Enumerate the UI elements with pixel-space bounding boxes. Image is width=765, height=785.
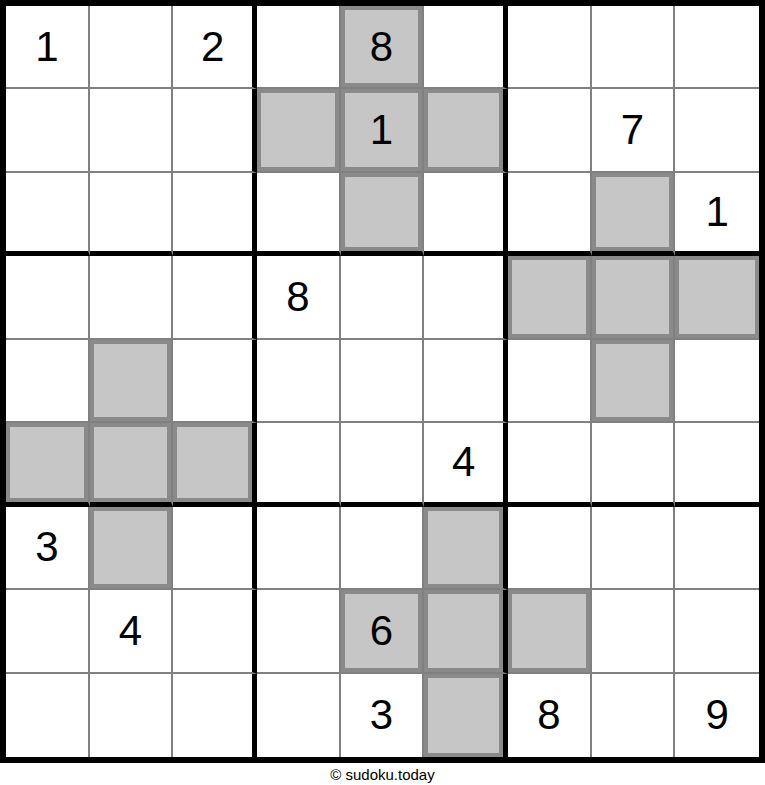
cell-value: 4 [119, 610, 142, 652]
cell-r5c7[interactable] [508, 340, 592, 423]
cell-r3c7[interactable] [508, 173, 592, 256]
cell-r9c2[interactable] [90, 674, 174, 757]
cell-value: 1 [370, 109, 393, 151]
cell-r7c7[interactable] [508, 507, 592, 590]
cell-r6c1[interactable] [6, 423, 90, 506]
cell-r1c3[interactable]: 2 [173, 6, 257, 89]
cell-r7c5[interactable] [341, 507, 425, 590]
cell-value: 8 [537, 694, 560, 736]
cell-r3c9[interactable]: 1 [675, 173, 759, 256]
cell-r5c5[interactable] [341, 340, 425, 423]
cell-value: 3 [35, 526, 58, 568]
cell-r1c7[interactable] [508, 6, 592, 89]
sudoku-board: 12817184346389 [0, 0, 765, 763]
cell-r2c7[interactable] [508, 89, 592, 172]
cell-r9c8[interactable] [592, 674, 676, 757]
cell-r6c9[interactable] [675, 423, 759, 506]
cell-r8c9[interactable] [675, 590, 759, 673]
cell-value: 1 [705, 191, 728, 233]
cell-r2c5[interactable]: 1 [341, 89, 425, 172]
cell-value: 7 [621, 109, 644, 151]
cell-value: 2 [201, 26, 224, 68]
cell-value: 6 [370, 610, 393, 652]
cell-value: 4 [452, 441, 475, 483]
cell-r6c6[interactable]: 4 [424, 423, 508, 506]
cell-r6c7[interactable] [508, 423, 592, 506]
cell-r7c3[interactable] [173, 507, 257, 590]
cell-r2c3[interactable] [173, 89, 257, 172]
cell-r4c3[interactable] [173, 256, 257, 339]
cell-r2c6[interactable] [424, 89, 508, 172]
cell-r2c8[interactable]: 7 [592, 89, 676, 172]
cell-r1c5[interactable]: 8 [341, 6, 425, 89]
cell-r7c1[interactable]: 3 [6, 507, 90, 590]
page: 12817184346389 © sudoku.today [0, 0, 765, 785]
cell-r4c2[interactable] [90, 256, 174, 339]
cell-r8c4[interactable] [257, 590, 341, 673]
cell-r9c4[interactable] [257, 674, 341, 757]
cell-r3c1[interactable] [6, 173, 90, 256]
cell-r3c2[interactable] [90, 173, 174, 256]
cell-r6c8[interactable] [592, 423, 676, 506]
cell-r7c6[interactable] [424, 507, 508, 590]
cell-r1c1[interactable]: 1 [6, 6, 90, 89]
cell-r7c2[interactable] [90, 507, 174, 590]
cell-r8c1[interactable] [6, 590, 90, 673]
cell-r8c6[interactable] [424, 590, 508, 673]
footer: © sudoku.today [0, 763, 765, 785]
cell-r9c3[interactable] [173, 674, 257, 757]
cell-r3c8[interactable] [592, 173, 676, 256]
cell-r6c2[interactable] [90, 423, 174, 506]
cell-r2c2[interactable] [90, 89, 174, 172]
cell-r6c3[interactable] [173, 423, 257, 506]
cell-value: 3 [370, 694, 393, 736]
cell-value: 8 [370, 26, 393, 68]
cell-r8c3[interactable] [173, 590, 257, 673]
cell-r4c9[interactable] [675, 256, 759, 339]
cell-r7c8[interactable] [592, 507, 676, 590]
cell-r9c1[interactable] [6, 674, 90, 757]
cell-r2c4[interactable] [257, 89, 341, 172]
cell-r6c5[interactable] [341, 423, 425, 506]
cell-r4c7[interactable] [508, 256, 592, 339]
cell-r8c2[interactable]: 4 [90, 590, 174, 673]
cell-r5c4[interactable] [257, 340, 341, 423]
cell-r3c5[interactable] [341, 173, 425, 256]
cell-r2c9[interactable] [675, 89, 759, 172]
cell-r3c4[interactable] [257, 173, 341, 256]
cell-r1c6[interactable] [424, 6, 508, 89]
cell-r8c5[interactable]: 6 [341, 590, 425, 673]
cell-value: 9 [705, 694, 728, 736]
cell-r3c3[interactable] [173, 173, 257, 256]
cell-r5c6[interactable] [424, 340, 508, 423]
footer-credit: © sudoku.today [330, 766, 434, 783]
cell-r8c8[interactable] [592, 590, 676, 673]
cell-value: 8 [286, 276, 309, 318]
cell-r9c9[interactable]: 9 [675, 674, 759, 757]
cell-r8c7[interactable] [508, 590, 592, 673]
cell-r1c8[interactable] [592, 6, 676, 89]
cell-r7c4[interactable] [257, 507, 341, 590]
cell-r1c9[interactable] [675, 6, 759, 89]
cell-r5c9[interactable] [675, 340, 759, 423]
cell-r7c9[interactable] [675, 507, 759, 590]
cell-r4c4[interactable]: 8 [257, 256, 341, 339]
cell-r4c5[interactable] [341, 256, 425, 339]
cell-r9c5[interactable]: 3 [341, 674, 425, 757]
cell-r1c2[interactable] [90, 6, 174, 89]
cell-r5c3[interactable] [173, 340, 257, 423]
cell-r9c6[interactable] [424, 674, 508, 757]
cell-r5c1[interactable] [6, 340, 90, 423]
cell-r6c4[interactable] [257, 423, 341, 506]
cell-r1c4[interactable] [257, 6, 341, 89]
cell-r5c2[interactable] [90, 340, 174, 423]
cell-r2c1[interactable] [6, 89, 90, 172]
cell-r4c8[interactable] [592, 256, 676, 339]
cell-r5c8[interactable] [592, 340, 676, 423]
cell-r3c6[interactable] [424, 173, 508, 256]
cell-r9c7[interactable]: 8 [508, 674, 592, 757]
cell-r4c6[interactable] [424, 256, 508, 339]
cell-r4c1[interactable] [6, 256, 90, 339]
cell-value: 1 [35, 26, 58, 68]
